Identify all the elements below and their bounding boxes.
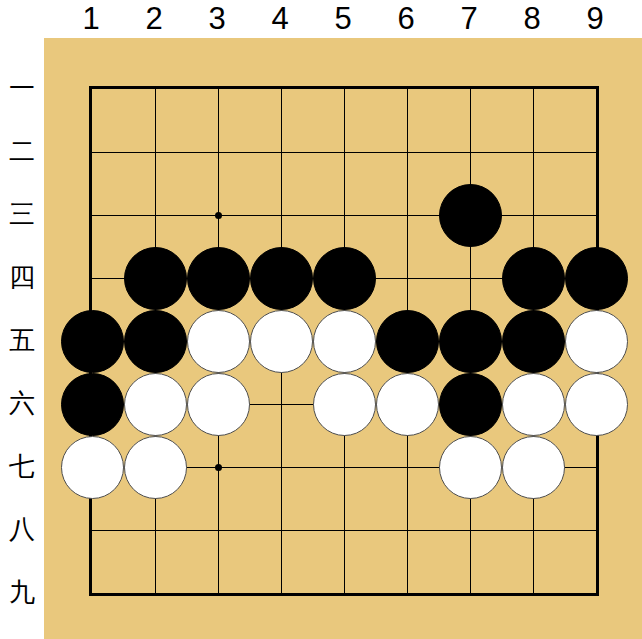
black-stone-8-5[interactable] xyxy=(502,310,565,373)
row-label-4: 四 xyxy=(1,261,43,293)
star-point xyxy=(215,212,222,219)
black-stone-2-5[interactable] xyxy=(124,310,187,373)
column-label-7: 7 xyxy=(448,2,490,36)
white-stone-2-6[interactable] xyxy=(124,373,187,436)
black-stone-2-4[interactable] xyxy=(124,247,187,310)
black-stone-5-4[interactable] xyxy=(313,247,376,310)
white-stone-6-6[interactable] xyxy=(376,373,439,436)
black-stone-7-3[interactable] xyxy=(439,184,502,247)
white-stone-2-7[interactable] xyxy=(124,436,187,499)
row-label-3: 三 xyxy=(1,198,43,230)
column-label-6: 6 xyxy=(385,2,427,36)
column-label-3: 3 xyxy=(196,2,238,36)
column-label-4: 4 xyxy=(259,2,301,36)
row-label-6: 六 xyxy=(1,387,43,419)
black-stone-4-4[interactable] xyxy=(250,247,313,310)
row-label-7: 七 xyxy=(1,450,43,482)
column-label-8: 8 xyxy=(511,2,553,36)
row-label-5: 五 xyxy=(1,324,43,356)
star-point xyxy=(215,464,222,471)
black-stone-1-5[interactable] xyxy=(61,310,124,373)
white-stone-5-5[interactable] xyxy=(313,310,376,373)
white-stone-7-7[interactable] xyxy=(439,436,502,499)
black-stone-7-6[interactable] xyxy=(439,373,502,436)
go-board-diagram: 123456789 一二三四五六七八九 xyxy=(0,0,642,639)
row-label-8: 八 xyxy=(1,513,43,545)
column-label-1: 1 xyxy=(70,2,112,36)
black-stone-6-5[interactable] xyxy=(376,310,439,373)
row-label-9: 九 xyxy=(1,576,43,608)
white-stone-9-6[interactable] xyxy=(565,373,628,436)
white-stone-1-7[interactable] xyxy=(61,436,124,499)
row-label-1: 一 xyxy=(1,72,43,104)
black-stone-7-5[interactable] xyxy=(439,310,502,373)
black-stone-8-4[interactable] xyxy=(502,247,565,310)
column-label-2: 2 xyxy=(133,2,175,36)
black-stone-1-6[interactable] xyxy=(61,373,124,436)
white-stone-3-5[interactable] xyxy=(187,310,250,373)
white-stone-3-6[interactable] xyxy=(187,373,250,436)
goban xyxy=(44,38,642,639)
row-label-2: 二 xyxy=(1,135,43,167)
goban-grid[interactable] xyxy=(89,86,599,596)
black-stone-9-4[interactable] xyxy=(565,247,628,310)
white-stone-4-5[interactable] xyxy=(250,310,313,373)
white-stone-9-5[interactable] xyxy=(565,310,628,373)
grid-line-horizontal xyxy=(92,530,596,531)
white-stone-8-6[interactable] xyxy=(502,373,565,436)
white-stone-5-6[interactable] xyxy=(313,373,376,436)
column-label-9: 9 xyxy=(574,2,616,36)
black-stone-3-4[interactable] xyxy=(187,247,250,310)
column-label-5: 5 xyxy=(322,2,364,36)
white-stone-8-7[interactable] xyxy=(502,436,565,499)
